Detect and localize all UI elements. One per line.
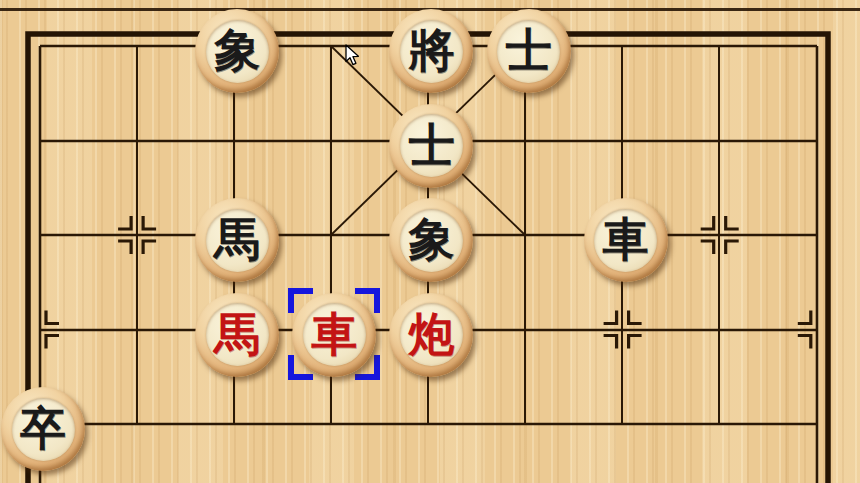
piece-glyph: 將 [408, 27, 454, 73]
piece-face: 象 [206, 20, 269, 83]
piece-face: 象 [400, 209, 463, 272]
piece-face: 士 [497, 20, 560, 83]
piece-glyph: 象 [408, 216, 454, 262]
piece-glyph: 馬 [214, 216, 260, 262]
piece-black-advisor[interactable]: 士 [487, 9, 571, 93]
piece-face: 車 [594, 209, 657, 272]
piece-black-advisor[interactable]: 士 [389, 104, 473, 188]
piece-red-horse[interactable]: 馬 [195, 293, 279, 377]
piece-glyph: 車 [603, 216, 649, 262]
piece-glyph: 士 [506, 27, 552, 73]
piece-face: 馬 [206, 209, 269, 272]
piece-black-general[interactable]: 將 [389, 9, 473, 93]
piece-red-cannon[interactable]: 炮 [389, 293, 473, 377]
piece-face: 士 [400, 114, 463, 177]
piece-black-elephant[interactable]: 象 [195, 9, 279, 93]
piece-glyph: 馬 [214, 311, 260, 357]
piece-face: 車 [303, 303, 366, 366]
piece-black-pawn[interactable]: 卒 [1, 387, 85, 471]
piece-glyph: 士 [408, 122, 454, 168]
mouse-cursor-icon [345, 44, 360, 66]
piece-black-horse[interactable]: 馬 [195, 198, 279, 282]
piece-face: 炮 [400, 303, 463, 366]
piece-red-chariot[interactable]: 車 [292, 293, 376, 377]
piece-glyph: 炮 [408, 311, 454, 357]
piece-face: 卒 [12, 398, 75, 461]
piece-face: 將 [400, 20, 463, 83]
xiangqi-app-screen: 象將士士馬象車馬車炮卒 [0, 0, 860, 483]
piece-black-elephant[interactable]: 象 [389, 198, 473, 282]
piece-face: 馬 [206, 303, 269, 366]
piece-glyph: 象 [214, 27, 260, 73]
piece-glyph: 卒 [20, 405, 66, 451]
piece-black-chariot[interactable]: 車 [584, 198, 668, 282]
piece-glyph: 車 [311, 311, 357, 357]
